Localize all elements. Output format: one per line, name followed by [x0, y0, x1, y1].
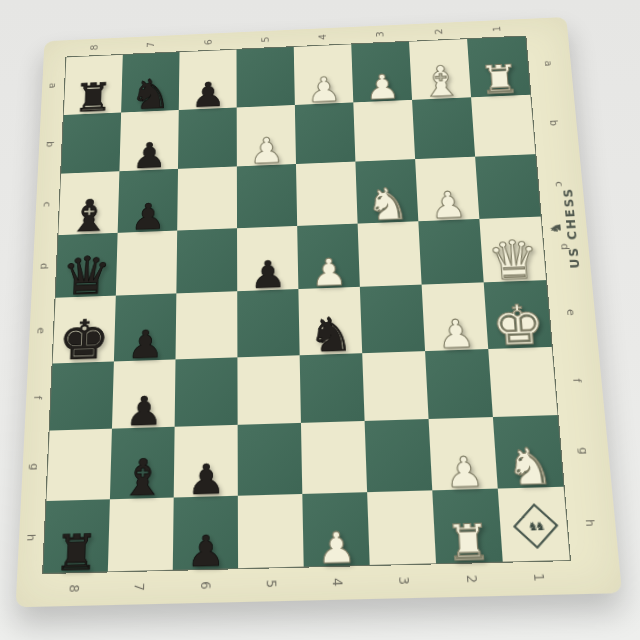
- square-h4: ♟: [302, 492, 369, 567]
- square-f6: [175, 357, 238, 427]
- square-e7: ♟: [114, 293, 176, 361]
- uschess-corner-logo-knights-icon: ♞♞: [528, 519, 544, 533]
- square-a5: [236, 47, 294, 107]
- square-c5: [237, 164, 297, 228]
- square-b8: [61, 112, 121, 174]
- square-d7: [116, 230, 177, 296]
- square-e5: [237, 289, 299, 357]
- square-h5: [238, 493, 304, 568]
- square-b3: [353, 99, 415, 161]
- square-c6: [177, 166, 237, 230]
- square-f7: ♟: [112, 359, 176, 429]
- square-b1: [471, 94, 535, 156]
- square-e6: [176, 291, 238, 359]
- square-a7: ♞: [121, 52, 179, 112]
- piece-black-pawn-a6: ♟: [191, 79, 225, 111]
- square-e4: ♞: [298, 287, 362, 355]
- piece-black-knight-e4: ♞: [307, 313, 353, 357]
- piece-white-pawn-g2: ♟: [444, 453, 485, 492]
- square-g7: ♝: [110, 427, 175, 499]
- piece-black-pawn-c7: ♟: [130, 200, 166, 234]
- square-h6: ♟: [173, 495, 238, 570]
- square-h8: ♜: [43, 499, 110, 573]
- square-e2: ♟: [422, 282, 489, 350]
- piece-white-pawn-a4: ♟: [306, 74, 341, 106]
- square-a6: ♟: [179, 50, 237, 110]
- piece-black-knight-a7: ♞: [129, 75, 171, 114]
- piece-white-king-e1: ♚: [490, 300, 547, 351]
- chess-board-grid: ♜♞♟♟♟♝♜♟♟♝♟♞♟♛♟♟♛♚♟♞♟♚♟♝♟♟♞♜♟♟♜♞♞: [42, 35, 571, 574]
- square-g3: [365, 419, 433, 492]
- piece-black-king-e8: ♚: [57, 315, 110, 365]
- square-g4: [301, 421, 367, 493]
- square-g2: ♟: [429, 417, 498, 490]
- square-c3: ♞: [355, 159, 418, 223]
- uschess-corner-logo: ♞♞: [513, 503, 558, 549]
- piece-black-bishop-c8: ♝: [66, 196, 110, 237]
- square-d5: ♟: [237, 225, 298, 291]
- chess-board-wrap: 87654321 87654321 abcdefgh abcdefgh ♞ US…: [16, 17, 623, 607]
- piece-white-bishop-a2: ♝: [418, 62, 463, 101]
- square-c8: ♝: [58, 171, 119, 234]
- square-a3: ♟: [351, 42, 412, 102]
- square-b6: [178, 107, 237, 169]
- piece-white-pawn-d4: ♟: [310, 256, 347, 291]
- square-d4: ♟: [297, 223, 360, 289]
- square-f5: [237, 355, 301, 425]
- piece-black-pawn-e7: ♟: [126, 327, 163, 363]
- piece-white-rook-a1: ♜: [478, 62, 521, 99]
- piece-white-pawn-e2: ♟: [436, 316, 475, 352]
- square-e3: [360, 285, 425, 353]
- piece-white-pawn-h4: ♟: [316, 529, 356, 569]
- square-h2: ♜: [432, 488, 503, 563]
- square-h7: [108, 497, 174, 571]
- piece-black-pawn-b7: ♟: [131, 140, 166, 173]
- square-d2: [418, 218, 483, 284]
- piece-black-pawn-h6: ♟: [186, 532, 225, 571]
- square-a1: ♜: [467, 36, 530, 97]
- square-f3: [362, 351, 428, 421]
- piece-white-pawn-a3: ♟: [364, 71, 400, 103]
- piece-black-pawn-g6: ♟: [187, 461, 225, 499]
- piece-white-knight-c3: ♞: [365, 184, 410, 225]
- square-c2: ♟: [415, 157, 479, 221]
- square-a8: ♜: [64, 55, 123, 115]
- piece-black-pawn-d5: ♟: [249, 258, 285, 293]
- piece-black-rook-a8: ♜: [73, 80, 113, 116]
- uschess-knight-icon: ♞: [547, 220, 564, 235]
- square-a2: ♝: [409, 39, 471, 99]
- square-c1: [475, 154, 541, 218]
- square-g6: ♟: [174, 425, 238, 497]
- square-g8: [46, 429, 111, 501]
- piece-white-queen-d1: ♛: [486, 236, 542, 285]
- square-f2: [425, 349, 493, 419]
- piece-white-pawn-c2: ♟: [429, 188, 467, 222]
- square-h3: [367, 490, 436, 565]
- square-d6: [176, 228, 237, 294]
- square-c7: ♟: [118, 169, 178, 233]
- square-a4: ♟: [294, 44, 354, 104]
- piece-black-queen-d8: ♛: [60, 252, 112, 301]
- vinyl-board-mat: 87654321 87654321 abcdefgh abcdefgh ♞ US…: [16, 17, 623, 607]
- square-b5: ♟: [237, 105, 296, 167]
- piece-white-pawn-b5: ♟: [249, 135, 284, 168]
- square-d1: ♛: [479, 216, 546, 282]
- square-g5: [238, 423, 303, 495]
- square-h1: ♞♞: [498, 486, 570, 561]
- piece-black-rook-h8: ♜: [53, 530, 98, 575]
- photo-scene: 87654321 87654321 abcdefgh abcdefgh ♞ US…: [0, 0, 640, 640]
- square-d8: ♛: [56, 232, 118, 297]
- square-f4: [300, 353, 365, 423]
- square-g1: ♞: [493, 415, 564, 488]
- piece-black-pawn-f7: ♟: [125, 393, 163, 430]
- piece-white-rook-h2: ♜: [444, 520, 492, 566]
- square-c4: [296, 162, 358, 226]
- piece-black-bishop-g7: ♝: [119, 455, 166, 501]
- piece-white-knight-g1: ♞: [504, 443, 555, 490]
- square-b4: [295, 102, 356, 164]
